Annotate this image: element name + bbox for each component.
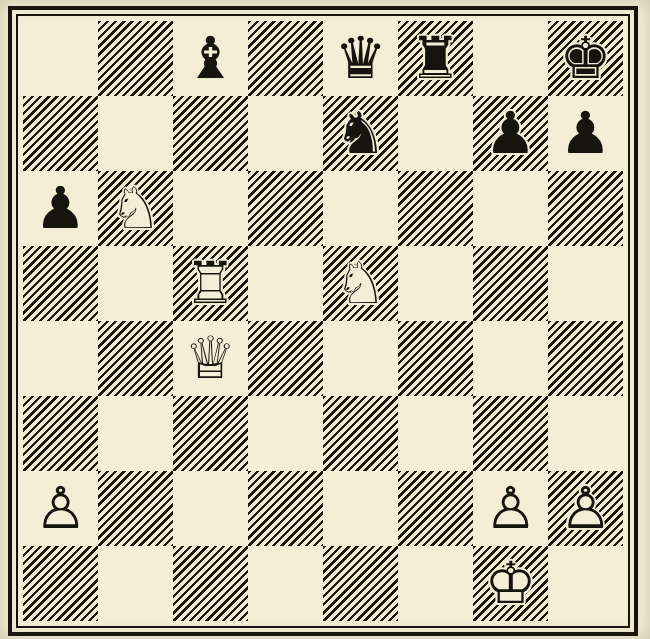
- square-g6: [473, 171, 548, 246]
- black-rook-glyph: ♜: [398, 21, 473, 96]
- white-pawn-glyph: ♙: [473, 471, 548, 546]
- white-knight-glyph: ♘: [98, 171, 173, 246]
- white-rook-glyph: ♖: [173, 246, 248, 321]
- square-b2: [98, 471, 173, 546]
- black-king-glyph: ♚: [548, 21, 623, 96]
- black-pawn-h7: ♟: [548, 96, 623, 171]
- square-a6: ♟: [23, 171, 98, 246]
- white-queen-c4: ♛♕: [173, 321, 248, 396]
- white-pawn-glyph: ♙: [23, 471, 98, 546]
- square-b1: [98, 546, 173, 621]
- square-f8: ♜: [398, 21, 473, 96]
- black-pawn-glyph: ♟: [23, 171, 98, 246]
- square-e8: ♛: [323, 21, 398, 96]
- square-c2: [173, 471, 248, 546]
- square-c1: [173, 546, 248, 621]
- square-h6: [548, 171, 623, 246]
- square-e1: [323, 546, 398, 621]
- square-f2: [398, 471, 473, 546]
- square-f6: [398, 171, 473, 246]
- square-c6: [173, 171, 248, 246]
- white-knight-glyph: ♘: [323, 246, 398, 321]
- square-c8: ♝: [173, 21, 248, 96]
- square-c4: ♛♕: [173, 321, 248, 396]
- square-h2: ♟♙: [548, 471, 623, 546]
- square-f5: [398, 246, 473, 321]
- square-g5: [473, 246, 548, 321]
- square-e5: ♞♘: [323, 246, 398, 321]
- chess-board: ♝♛♜♚♞♟♟♟♞♘♜♖♞♘♛♕♟♙♟♙♟♙♚♔: [23, 21, 623, 621]
- square-b4: [98, 321, 173, 396]
- black-knight-e7: ♞: [323, 96, 398, 171]
- square-f1: [398, 546, 473, 621]
- square-g2: ♟♙: [473, 471, 548, 546]
- black-pawn-glyph: ♟: [548, 96, 623, 171]
- square-h7: ♟: [548, 96, 623, 171]
- square-b8: [98, 21, 173, 96]
- square-h5: [548, 246, 623, 321]
- white-pawn-glyph: ♙: [548, 471, 623, 546]
- square-h1: [548, 546, 623, 621]
- square-e7: ♞: [323, 96, 398, 171]
- white-king-g1: ♚♔: [473, 546, 548, 621]
- square-d5: [248, 246, 323, 321]
- black-bishop-glyph: ♝: [173, 21, 248, 96]
- white-knight-b6: ♞♘: [98, 171, 173, 246]
- black-queen-glyph: ♛: [323, 21, 398, 96]
- black-queen-e8: ♛: [323, 21, 398, 96]
- square-b3: [98, 396, 173, 471]
- white-king-glyph: ♔: [473, 546, 548, 621]
- square-g3: [473, 396, 548, 471]
- square-a4: [23, 321, 98, 396]
- square-e3: [323, 396, 398, 471]
- square-h4: [548, 321, 623, 396]
- square-g7: ♟: [473, 96, 548, 171]
- square-d2: [248, 471, 323, 546]
- white-pawn-g2: ♟♙: [473, 471, 548, 546]
- square-b7: [98, 96, 173, 171]
- square-b6: ♞♘: [98, 171, 173, 246]
- square-g8: [473, 21, 548, 96]
- board-inner-frame: ♝♛♜♚♞♟♟♟♞♘♜♖♞♘♛♕♟♙♟♙♟♙♚♔: [16, 14, 630, 628]
- white-pawn-h2: ♟♙: [548, 471, 623, 546]
- square-g1: ♚♔: [473, 546, 548, 621]
- black-knight-glyph: ♞: [323, 96, 398, 171]
- square-e6: [323, 171, 398, 246]
- black-rook-f8: ♜: [398, 21, 473, 96]
- black-pawn-glyph: ♟: [473, 96, 548, 171]
- square-f3: [398, 396, 473, 471]
- square-d4: [248, 321, 323, 396]
- square-c3: [173, 396, 248, 471]
- white-pawn-a2: ♟♙: [23, 471, 98, 546]
- square-a3: [23, 396, 98, 471]
- black-bishop-c8: ♝: [173, 21, 248, 96]
- square-c5: ♜♖: [173, 246, 248, 321]
- square-a1: [23, 546, 98, 621]
- square-a7: [23, 96, 98, 171]
- square-g4: [473, 321, 548, 396]
- white-knight-e5: ♞♘: [323, 246, 398, 321]
- square-a8: [23, 21, 98, 96]
- square-d7: [248, 96, 323, 171]
- square-d8: [248, 21, 323, 96]
- black-pawn-g7: ♟: [473, 96, 548, 171]
- square-a2: ♟♙: [23, 471, 98, 546]
- scanned-page: ♝♛♜♚♞♟♟♟♞♘♜♖♞♘♛♕♟♙♟♙♟♙♚♔: [0, 0, 650, 639]
- square-d1: [248, 546, 323, 621]
- white-rook-c5: ♜♖: [173, 246, 248, 321]
- white-queen-glyph: ♕: [173, 321, 248, 396]
- board-outer-frame: ♝♛♜♚♞♟♟♟♞♘♜♖♞♘♛♕♟♙♟♙♟♙♚♔: [8, 6, 638, 636]
- square-f7: [398, 96, 473, 171]
- square-b5: [98, 246, 173, 321]
- square-d6: [248, 171, 323, 246]
- square-h3: [548, 396, 623, 471]
- square-f4: [398, 321, 473, 396]
- square-a5: [23, 246, 98, 321]
- square-e2: [323, 471, 398, 546]
- black-king-h8: ♚: [548, 21, 623, 96]
- square-c7: [173, 96, 248, 171]
- square-d3: [248, 396, 323, 471]
- black-pawn-a6: ♟: [23, 171, 98, 246]
- square-e4: [323, 321, 398, 396]
- square-h8: ♚: [548, 21, 623, 96]
